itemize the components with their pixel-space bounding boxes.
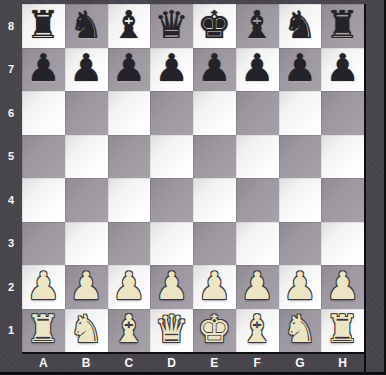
square-h5[interactable] (321, 135, 364, 179)
piece-black-bishop[interactable]: ♝ (240, 6, 274, 44)
rank-label-8: 8 (0, 4, 22, 48)
rank-labels: 87654321 (0, 4, 22, 352)
square-b5[interactable] (65, 135, 108, 179)
square-b1[interactable]: ♞ (65, 309, 108, 353)
square-a3[interactable] (22, 222, 65, 266)
square-c5[interactable] (108, 135, 151, 179)
square-f4[interactable] (236, 178, 279, 222)
square-a6[interactable] (22, 91, 65, 135)
file-label-c: C (108, 354, 151, 372)
rank-label-1: 1 (0, 309, 22, 353)
square-b7[interactable]: ♟ (65, 48, 108, 92)
piece-black-rook[interactable]: ♜ (326, 6, 360, 44)
square-d6[interactable] (150, 91, 193, 135)
square-d1[interactable]: ♛ (150, 309, 193, 353)
rank-label-5: 5 (0, 135, 22, 179)
piece-black-queen[interactable]: ♛ (155, 6, 189, 44)
piece-white-pawn[interactable]: ♟ (155, 267, 189, 305)
square-d4[interactable] (150, 178, 193, 222)
square-e1[interactable]: ♚ (193, 309, 236, 353)
piece-white-queen[interactable]: ♛ (155, 310, 189, 348)
square-g1[interactable]: ♞ (279, 309, 322, 353)
square-a1[interactable]: ♜ (22, 309, 65, 353)
square-e2[interactable]: ♟ (193, 265, 236, 309)
piece-white-pawn[interactable]: ♟ (240, 267, 274, 305)
piece-black-pawn[interactable]: ♟ (283, 49, 317, 87)
piece-black-pawn[interactable]: ♟ (240, 49, 274, 87)
square-d3[interactable] (150, 222, 193, 266)
square-f6[interactable] (236, 91, 279, 135)
square-f7[interactable]: ♟ (236, 48, 279, 92)
square-f3[interactable] (236, 222, 279, 266)
square-g2[interactable]: ♟ (279, 265, 322, 309)
square-g3[interactable] (279, 222, 322, 266)
square-a7[interactable]: ♟ (22, 48, 65, 92)
board-edge-right-line (364, 4, 366, 372)
file-label-g: G (279, 354, 322, 372)
piece-black-knight[interactable]: ♞ (69, 6, 103, 44)
piece-black-rook[interactable]: ♜ (26, 6, 60, 44)
rank-label-6: 6 (0, 91, 22, 135)
square-e5[interactable] (193, 135, 236, 179)
piece-white-rook[interactable]: ♜ (326, 310, 360, 348)
piece-white-pawn[interactable]: ♟ (112, 267, 146, 305)
square-c4[interactable] (108, 178, 151, 222)
square-d7[interactable]: ♟ (150, 48, 193, 92)
square-h6[interactable] (321, 91, 364, 135)
square-a2[interactable]: ♟ (22, 265, 65, 309)
square-e3[interactable] (193, 222, 236, 266)
piece-black-pawn[interactable]: ♟ (326, 49, 360, 87)
square-h2[interactable]: ♟ (321, 265, 364, 309)
piece-white-bishop[interactable]: ♝ (112, 310, 146, 348)
piece-black-bishop[interactable]: ♝ (112, 6, 146, 44)
square-c2[interactable]: ♟ (108, 265, 151, 309)
piece-black-pawn[interactable]: ♟ (26, 49, 60, 87)
square-b6[interactable] (65, 91, 108, 135)
square-g6[interactable] (279, 91, 322, 135)
file-label-b: B (65, 354, 108, 372)
rank-label-7: 7 (0, 48, 22, 92)
piece-white-pawn[interactable]: ♟ (26, 267, 60, 305)
square-c1[interactable]: ♝ (108, 309, 151, 353)
file-label-e: E (193, 354, 236, 372)
rank-label-3: 3 (0, 222, 22, 266)
rank-label-2: 2 (0, 265, 22, 309)
square-c3[interactable] (108, 222, 151, 266)
square-g7[interactable]: ♟ (279, 48, 322, 92)
square-d2[interactable]: ♟ (150, 265, 193, 309)
file-label-h: H (321, 354, 364, 372)
file-label-a: A (22, 354, 65, 372)
square-c6[interactable] (108, 91, 151, 135)
file-label-d: D (150, 354, 193, 372)
square-f5[interactable] (236, 135, 279, 179)
piece-white-pawn[interactable]: ♟ (197, 267, 231, 305)
piece-white-pawn[interactable]: ♟ (69, 267, 103, 305)
piece-black-king[interactable]: ♚ (197, 6, 231, 44)
square-h1[interactable]: ♜ (321, 309, 364, 353)
piece-white-knight[interactable]: ♞ (69, 310, 103, 348)
rank-label-4: 4 (0, 178, 22, 222)
piece-black-knight[interactable]: ♞ (283, 6, 317, 44)
square-h4[interactable] (321, 178, 364, 222)
chess-board: ♜♞♝♛♚♝♞♜♟♟♟♟♟♟♟♟♟♟♟♟♟♟♟♟♜♞♝♛♚♝♞♜ (22, 4, 364, 352)
square-e6[interactable] (193, 91, 236, 135)
square-h8[interactable]: ♜ (321, 4, 364, 48)
square-a8[interactable]: ♜ (22, 4, 65, 48)
square-f8[interactable]: ♝ (236, 4, 279, 48)
file-labels: ABCDEFGH (22, 354, 364, 372)
square-c8[interactable]: ♝ (108, 4, 151, 48)
square-e4[interactable] (193, 178, 236, 222)
square-h3[interactable] (321, 222, 364, 266)
piece-white-king[interactable]: ♚ (197, 310, 231, 348)
piece-black-pawn[interactable]: ♟ (69, 49, 103, 87)
square-b8[interactable]: ♞ (65, 4, 108, 48)
piece-black-pawn[interactable]: ♟ (155, 49, 189, 87)
square-b2[interactable]: ♟ (65, 265, 108, 309)
square-a4[interactable] (22, 178, 65, 222)
square-e7[interactable]: ♟ (193, 48, 236, 92)
square-a5[interactable] (22, 135, 65, 179)
piece-white-knight[interactable]: ♞ (283, 310, 317, 348)
file-label-f: F (236, 354, 279, 372)
piece-white-pawn[interactable]: ♟ (326, 267, 360, 305)
square-c7[interactable]: ♟ (108, 48, 151, 92)
square-g4[interactable] (279, 178, 322, 222)
square-d8[interactable]: ♛ (150, 4, 193, 48)
piece-black-pawn[interactable]: ♟ (197, 49, 231, 87)
square-f2[interactable]: ♟ (236, 265, 279, 309)
square-f1[interactable]: ♝ (236, 309, 279, 353)
square-b3[interactable] (65, 222, 108, 266)
square-b4[interactable] (65, 178, 108, 222)
square-h7[interactable]: ♟ (321, 48, 364, 92)
square-d5[interactable] (150, 135, 193, 179)
square-g5[interactable] (279, 135, 322, 179)
piece-black-pawn[interactable]: ♟ (112, 49, 146, 87)
piece-white-rook[interactable]: ♜ (26, 310, 60, 348)
chess-board-widget: 87654321 ♜♞♝♛♚♝♞♜♟♟♟♟♟♟♟♟♟♟♟♟♟♟♟♟♜♞♝♛♚♝♞… (0, 0, 386, 375)
piece-white-bishop[interactable]: ♝ (240, 310, 274, 348)
square-e8[interactable]: ♚ (193, 4, 236, 48)
square-g8[interactable]: ♞ (279, 4, 322, 48)
piece-white-pawn[interactable]: ♟ (283, 267, 317, 305)
